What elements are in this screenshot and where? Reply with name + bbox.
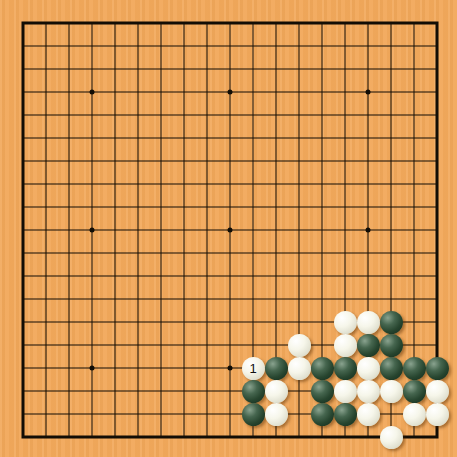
stone-white[interactable] [357, 311, 380, 334]
stone-white[interactable] [334, 334, 357, 357]
stone-black[interactable] [380, 311, 403, 334]
stone-white[interactable] [357, 357, 380, 380]
stone-white[interactable] [357, 403, 380, 426]
stone-white[interactable] [288, 334, 311, 357]
stone-white[interactable] [426, 380, 449, 403]
go-board[interactable]: 1 [0, 0, 457, 457]
stone-white[interactable] [426, 403, 449, 426]
stone-white[interactable] [380, 380, 403, 403]
stone-black[interactable] [380, 334, 403, 357]
stone-white[interactable] [265, 403, 288, 426]
stones-layer: 1 [12, 12, 449, 449]
stone-white-move-1[interactable]: 1 [242, 357, 265, 380]
stone-white[interactable] [334, 311, 357, 334]
stone-white[interactable] [265, 380, 288, 403]
stone-black[interactable] [403, 357, 426, 380]
stone-black[interactable] [426, 357, 449, 380]
stone-black[interactable] [334, 357, 357, 380]
stone-white[interactable] [380, 426, 403, 449]
stone-black[interactable] [242, 403, 265, 426]
stone-white[interactable] [288, 357, 311, 380]
stone-black[interactable] [334, 403, 357, 426]
stone-black[interactable] [242, 380, 265, 403]
stone-black[interactable] [265, 357, 288, 380]
stone-black[interactable] [357, 334, 380, 357]
stone-black[interactable] [311, 403, 334, 426]
stone-black[interactable] [311, 357, 334, 380]
stone-white[interactable] [357, 380, 380, 403]
stone-black[interactable] [311, 380, 334, 403]
stone-white[interactable] [334, 380, 357, 403]
stone-black[interactable] [380, 357, 403, 380]
stone-white[interactable] [403, 403, 426, 426]
stone-black[interactable] [403, 380, 426, 403]
